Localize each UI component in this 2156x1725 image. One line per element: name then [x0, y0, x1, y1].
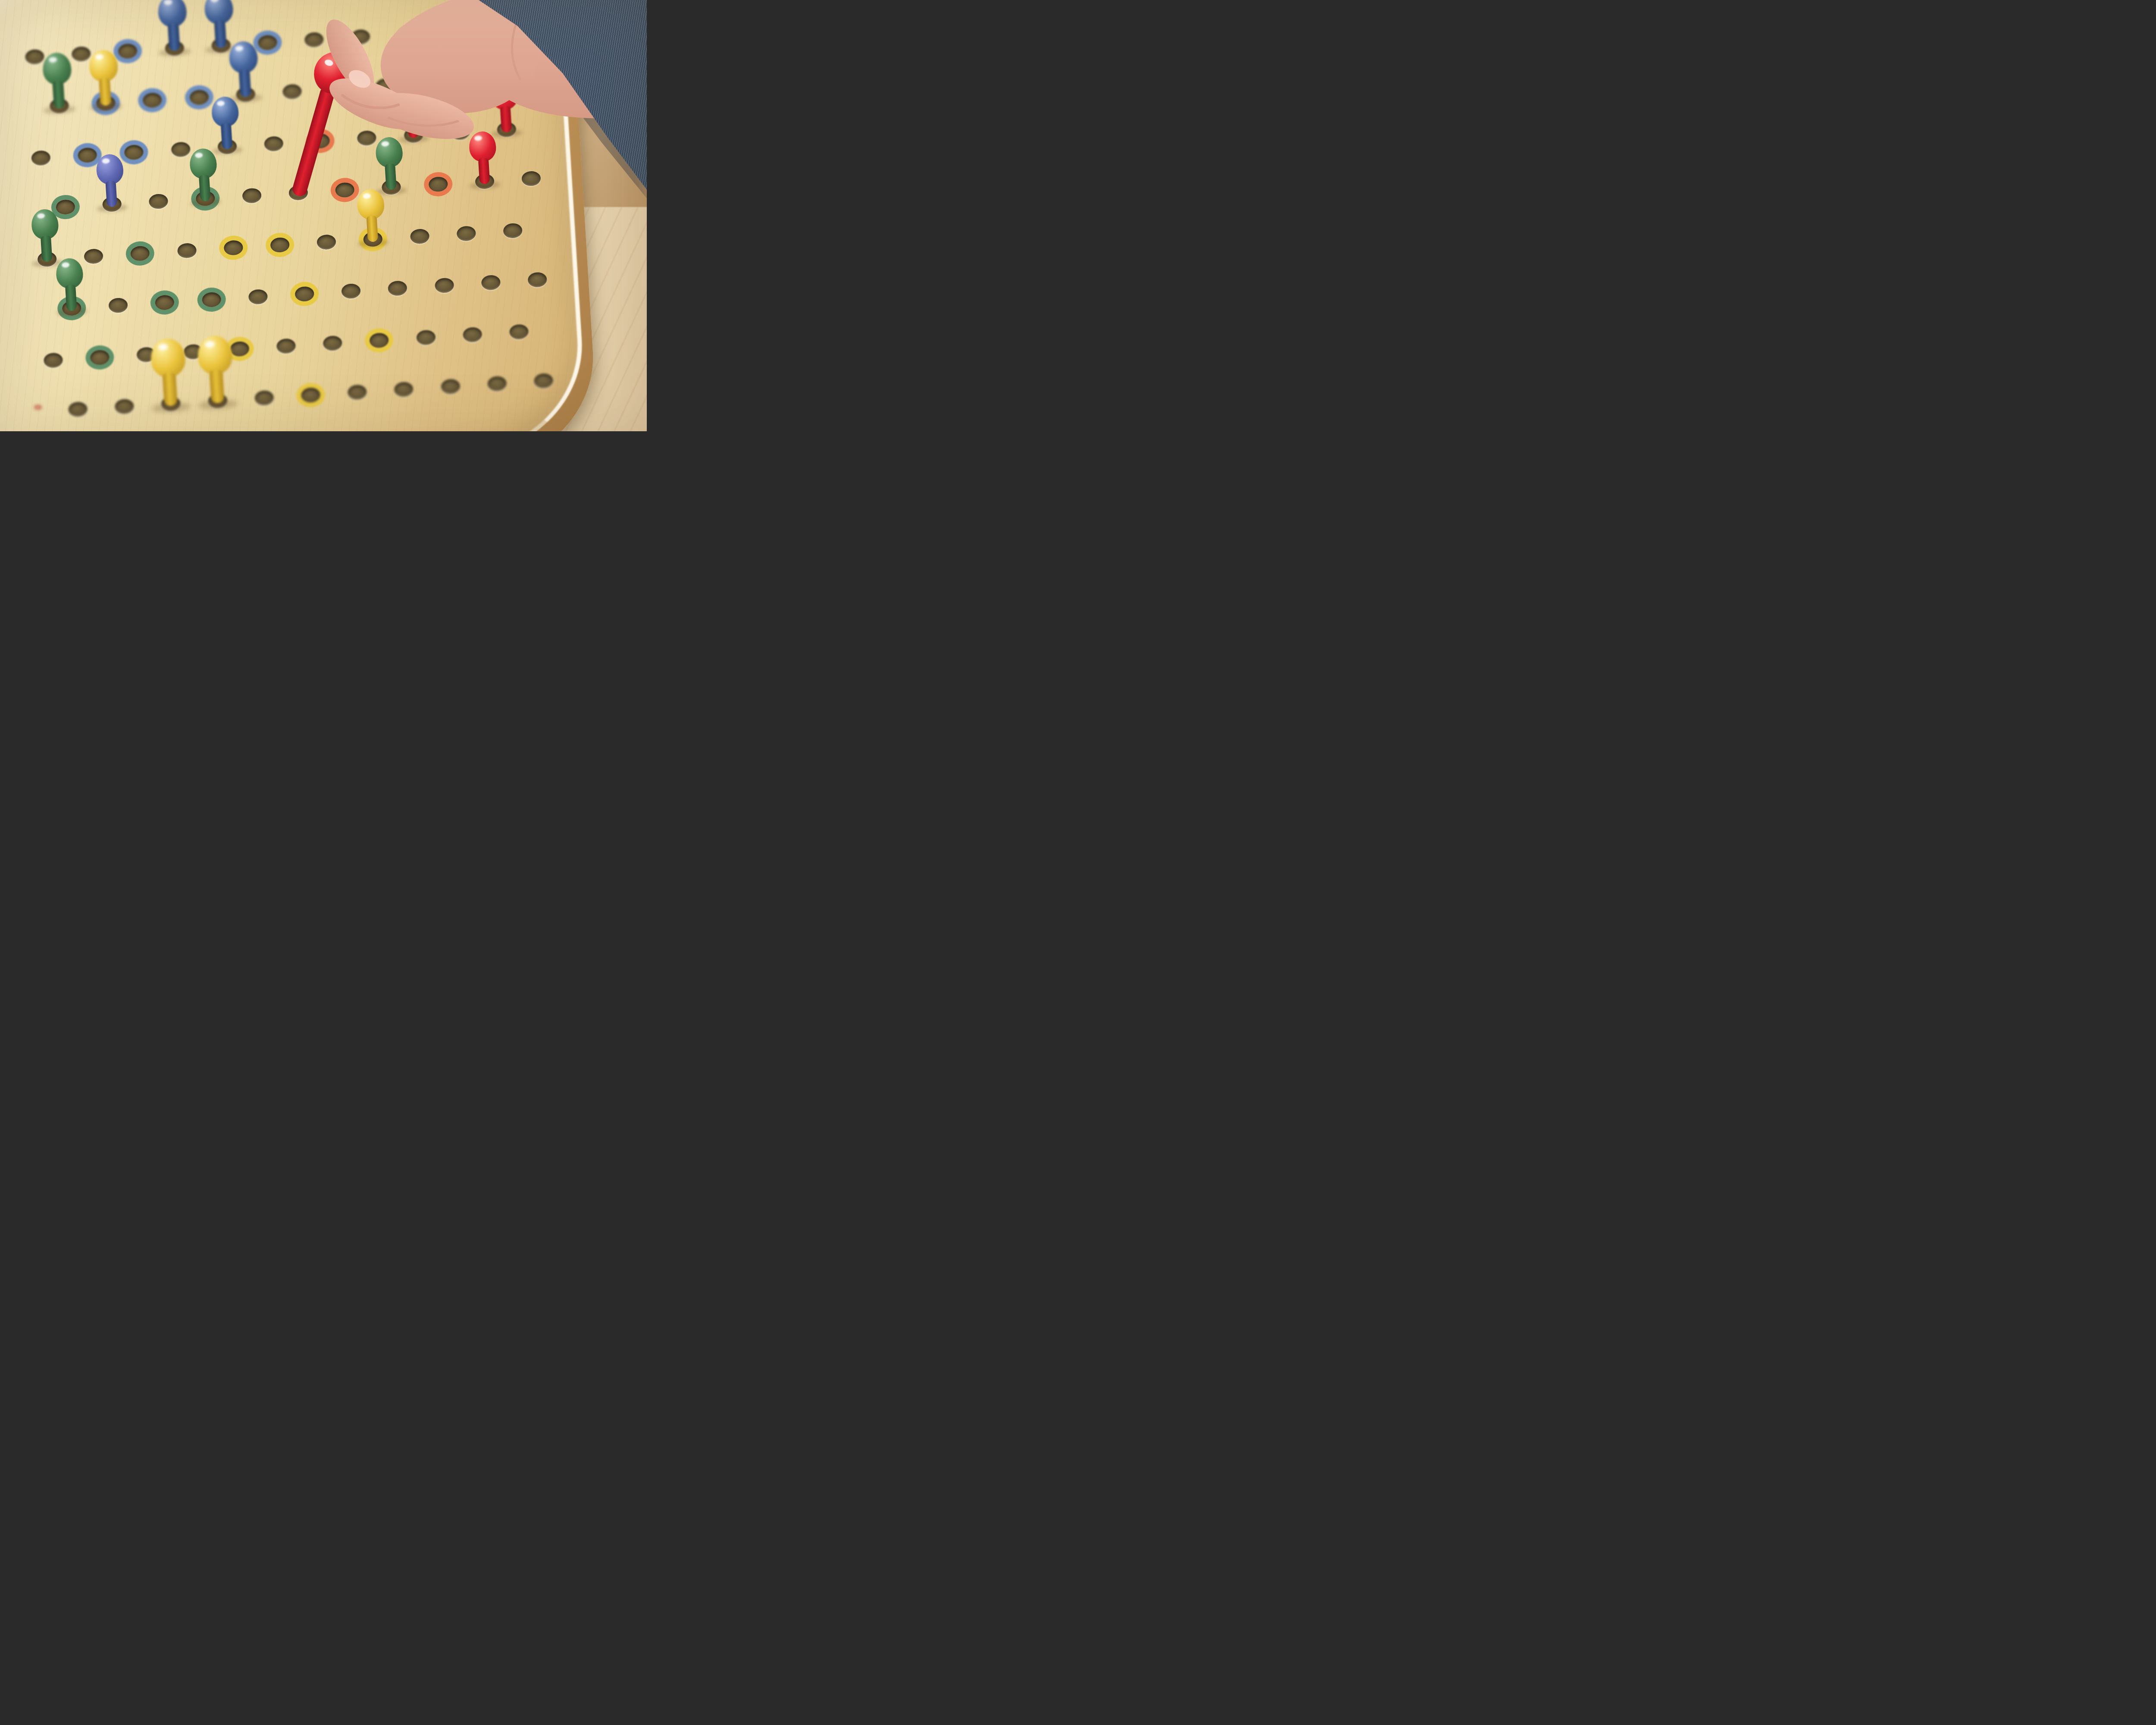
cell-r5c0[interactable]: [47, 282, 97, 335]
peg-head: [31, 208, 59, 240]
peg-head: [96, 154, 124, 185]
hole[interactable]: [434, 278, 454, 294]
peg-stem: [167, 23, 180, 51]
cell-r7c1[interactable]: [100, 380, 149, 431]
blue-ring-hole[interactable]: [124, 144, 144, 160]
photo-scene: Close-up photograph of a light wooden pe…: [0, 0, 647, 431]
cell-r5c10[interactable]: [513, 253, 562, 307]
blue-ring-hole[interactable]: [78, 147, 97, 163]
hole[interactable]: [68, 401, 88, 417]
peg-stem: [199, 175, 211, 201]
peg-stem: [52, 81, 65, 109]
peg-stem: [163, 373, 178, 407]
cell-r6c5[interactable]: [261, 319, 311, 373]
cell-r6c7[interactable]: [354, 314, 404, 367]
cell-r4c3[interactable]: [162, 224, 212, 277]
cell-r5c1[interactable]: [94, 279, 143, 332]
hole[interactable]: [248, 289, 268, 305]
cell-r6c6[interactable]: [308, 317, 357, 370]
peg-stem: [106, 181, 118, 207]
peg-head: [197, 335, 233, 375]
cell-r2c0[interactable]: [16, 131, 66, 185]
hole[interactable]: [487, 376, 507, 392]
cell-r6c10[interactable]: [494, 305, 544, 358]
hole[interactable]: [108, 298, 128, 314]
hole[interactable]: [115, 399, 135, 415]
hole[interactable]: [84, 248, 103, 264]
cell-r7c6[interactable]: [332, 366, 382, 419]
green-ring-hole[interactable]: [56, 199, 75, 215]
green-ring-hole[interactable]: [155, 295, 175, 310]
peg-stem: [65, 285, 77, 311]
cell-r7c5[interactable]: [286, 369, 335, 422]
green-ring-hole[interactable]: [90, 349, 110, 365]
cell-r6c1[interactable]: [75, 331, 125, 384]
cell-r7c3[interactable]: [193, 374, 242, 428]
cell-r7c4[interactable]: [239, 371, 289, 425]
cell-r0c3[interactable]: [150, 22, 199, 75]
blue-ring-hole[interactable]: [143, 92, 163, 108]
green-ring-hole[interactable]: [130, 245, 150, 261]
blue-ring-hole[interactable]: [118, 43, 138, 59]
cell-r3c2[interactable]: [134, 175, 183, 228]
hole[interactable]: [276, 338, 296, 354]
cell-r7c7[interactable]: [379, 363, 429, 416]
hole[interactable]: [177, 243, 197, 259]
cell-r7c10[interactable]: [519, 354, 568, 408]
hole[interactable]: [341, 283, 361, 299]
peg-stem: [221, 123, 233, 149]
hole[interactable]: [323, 335, 342, 351]
cell-r3c3[interactable]: [180, 172, 230, 226]
peg-head: [42, 52, 72, 85]
hole[interactable]: [441, 379, 461, 395]
cell-r6c8[interactable]: [401, 311, 451, 364]
hole[interactable]: [533, 373, 553, 389]
peg-stem: [214, 20, 226, 48]
cell-r3c1[interactable]: [87, 178, 137, 231]
peg-yellow[interactable]: [88, 49, 121, 108]
peg-green[interactable]: [55, 257, 86, 314]
cell-r5c8[interactable]: [420, 259, 469, 312]
cell-r1c2[interactable]: [128, 74, 177, 127]
peg-yellow[interactable]: [196, 335, 236, 406]
hole[interactable]: [509, 324, 529, 340]
hole[interactable]: [44, 352, 63, 368]
hole[interactable]: [149, 194, 169, 210]
peg-blue[interactable]: [157, 0, 189, 53]
hole[interactable]: [171, 141, 191, 157]
peg-stem: [99, 78, 111, 106]
cell-r5c5[interactable]: [280, 267, 329, 321]
cell-r6c0[interactable]: [28, 333, 78, 387]
cell-r5c9[interactable]: [466, 256, 516, 310]
hole[interactable]: [254, 390, 274, 406]
yellow-ring-hole[interactable]: [301, 387, 321, 403]
hole[interactable]: [416, 329, 436, 345]
yellow-ring-hole[interactable]: [295, 286, 314, 302]
hole[interactable]: [527, 272, 547, 288]
cell-r4c2[interactable]: [116, 227, 165, 280]
blue-ring-hole[interactable]: [189, 90, 209, 106]
cell-r7c0[interactable]: [53, 383, 103, 431]
yellow-ring-hole[interactable]: [369, 332, 389, 348]
peg-head: [189, 148, 217, 180]
peg-green[interactable]: [188, 148, 219, 204]
hole[interactable]: [394, 382, 414, 398]
hole[interactable]: [462, 327, 482, 343]
cell-r7c9[interactable]: [472, 357, 522, 411]
peg-yellow[interactable]: [150, 338, 189, 409]
cell-r6c9[interactable]: [448, 308, 497, 361]
hole[interactable]: [481, 275, 501, 291]
peg-stem: [209, 370, 224, 404]
peg-green[interactable]: [30, 208, 61, 264]
cell-r7c8[interactable]: [426, 360, 475, 414]
cell-r5c4[interactable]: [233, 270, 283, 324]
peg-stem: [41, 235, 53, 262]
hole[interactable]: [31, 150, 51, 166]
cell-r5c7[interactable]: [373, 262, 423, 315]
peg-violet[interactable]: [95, 154, 126, 210]
peg-head: [55, 257, 84, 289]
green-ring-hole[interactable]: [201, 292, 221, 308]
cell-r5c2[interactable]: [140, 276, 190, 329]
cell-r5c3[interactable]: [187, 273, 236, 326]
red-paint-smudge: [34, 405, 42, 410]
peg-green[interactable]: [41, 52, 74, 111]
cell-r1c1[interactable]: [81, 76, 131, 130]
cell-r1c0[interactable]: [34, 79, 84, 133]
hole[interactable]: [348, 385, 367, 401]
peg-head: [150, 338, 187, 378]
cell-r5c6[interactable]: [326, 264, 376, 318]
peg-head: [88, 49, 119, 83]
cell-r7c2[interactable]: [146, 377, 196, 430]
hole[interactable]: [388, 280, 407, 296]
